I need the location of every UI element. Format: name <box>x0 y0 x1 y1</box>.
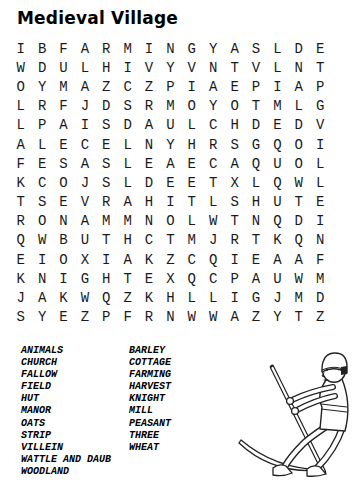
grid-cell-r5c6[interactable]: D <box>117 116 138 135</box>
grid-cell-r6c15[interactable]: I <box>309 135 330 154</box>
grid-cell-r13c12[interactable]: A <box>245 269 266 288</box>
grid-cell-r15c10[interactable]: W <box>203 308 224 327</box>
grid-cell-r9c5[interactable]: R <box>96 193 117 212</box>
grid-cell-r15c8[interactable]: N <box>160 308 181 327</box>
grid-cell-r14c10[interactable]: L <box>203 288 224 307</box>
grid-cell-r3c13[interactable]: I <box>267 77 288 96</box>
grid-cell-r10c8[interactable]: O <box>160 212 181 231</box>
word-list-item: FIELD <box>21 381 111 393</box>
grid-cell-r11c5[interactable]: T <box>96 231 117 250</box>
grid-cell-r4c10[interactable]: Y <box>203 97 224 116</box>
grid-cell-r4c9[interactable]: O <box>181 97 202 116</box>
grid-cell-r5c3[interactable]: A <box>53 116 74 135</box>
grid-cell-r12c2[interactable]: I <box>31 250 52 269</box>
word-list-item: WATTLE AND DAUB <box>21 454 111 466</box>
word-list-item: MANOR <box>21 405 111 417</box>
grid-cell-r5c12[interactable]: D <box>245 116 266 135</box>
grid-cell-r7c15[interactable]: L <box>309 154 330 173</box>
grid-cell-r8c3[interactable]: O <box>53 173 74 192</box>
word-list-item: PEASANT <box>129 418 171 430</box>
grid-cell-r7c3[interactable]: S <box>53 154 74 173</box>
grid-cell-r9c6[interactable]: A <box>117 193 138 212</box>
word-list-item: FALLOW <box>21 369 111 381</box>
grid-cell-r6c7[interactable]: N <box>138 135 159 154</box>
grid-cell-r4c4[interactable]: J <box>74 97 95 116</box>
grid-cell-r15c7[interactable]: R <box>138 308 159 327</box>
grid-cell-r8c12[interactable]: L <box>245 173 266 192</box>
grid-cell-r14c2[interactable]: A <box>31 288 52 307</box>
grid-cell-r10c15[interactable]: I <box>309 212 330 231</box>
grid-cell-r11c10[interactable]: J <box>203 231 224 250</box>
grid-cell-r11c1[interactable]: Q <box>10 231 31 250</box>
grid-cell-r8c10[interactable]: T <box>203 173 224 192</box>
word-search-grid: IBFARMINGYASLDEWDULHIVYVNTVLNTOYMAZCZPIA… <box>10 39 331 327</box>
grid-cell-r7c12[interactable]: Q <box>245 154 266 173</box>
grid-cell-r2c13[interactable]: L <box>267 58 288 77</box>
grid-cell-r5c4[interactable]: I <box>74 116 95 135</box>
grid-cell-r12c6[interactable]: A <box>117 250 138 269</box>
grid-cell-r6c9[interactable]: H <box>181 135 202 154</box>
grid-cell-r14c13[interactable]: J <box>267 288 288 307</box>
grid-cell-r4c1[interactable]: L <box>10 97 31 116</box>
grid-cell-r5c7[interactable]: A <box>138 116 159 135</box>
grid-cell-r9c14[interactable]: T <box>288 193 309 212</box>
grid-cell-r13c2[interactable]: N <box>31 269 52 288</box>
grid-cell-r11c13[interactable]: K <box>267 231 288 250</box>
grid-cell-r14c9[interactable]: L <box>181 288 202 307</box>
grid-cell-r15c11[interactable]: A <box>224 308 245 327</box>
grid-cell-r13c3[interactable]: I <box>53 269 74 288</box>
grid-cell-r8c8[interactable]: E <box>160 173 181 192</box>
grid-cell-r6c4[interactable]: C <box>74 135 95 154</box>
grid-cell-r3c2[interactable]: Y <box>31 77 52 96</box>
grid-cell-r2c6[interactable]: I <box>117 58 138 77</box>
grid-cell-r1c9[interactable]: G <box>181 39 202 58</box>
grid-cell-r15c13[interactable]: Y <box>267 308 288 327</box>
grid-cell-r1c8[interactable]: N <box>160 39 181 58</box>
grid-cell-r5c8[interactable]: U <box>160 116 181 135</box>
grid-cell-r7c14[interactable]: O <box>288 154 309 173</box>
grid-cell-r5c11[interactable]: H <box>224 116 245 135</box>
grid-cell-r4c2[interactable]: R <box>31 97 52 116</box>
grid-cell-r7c4[interactable]: A <box>74 154 95 173</box>
grid-cell-r10c6[interactable]: M <box>117 212 138 231</box>
grid-cell-r2c4[interactable]: L <box>74 58 95 77</box>
grid-cell-r15c12[interactable]: Z <box>245 308 266 327</box>
word-list-item: OATS <box>21 418 111 430</box>
grid-cell-r2c12[interactable]: V <box>245 58 266 77</box>
word-list-item: MILL <box>129 405 171 417</box>
grid-cell-r7c1[interactable]: F <box>10 154 31 173</box>
grid-cell-r12c8[interactable]: Z <box>160 250 181 269</box>
grid-cell-r5c15[interactable]: V <box>309 116 330 135</box>
grid-cell-r12c13[interactable]: A <box>267 250 288 269</box>
grid-cell-r12c15[interactable]: F <box>309 250 330 269</box>
grid-cell-r13c13[interactable]: U <box>267 269 288 288</box>
grid-cell-r5c13[interactable]: E <box>267 116 288 135</box>
grid-cell-r14c11[interactable]: I <box>224 288 245 307</box>
grid-cell-r3c12[interactable]: P <box>245 77 266 96</box>
grid-cell-r6c13[interactable]: Q <box>267 135 288 154</box>
grid-cell-r12c12[interactable]: E <box>245 250 266 269</box>
grid-cell-r9c7[interactable]: H <box>138 193 159 212</box>
grid-cell-r2c9[interactable]: V <box>181 58 202 77</box>
grid-cell-r12c5[interactable]: I <box>96 250 117 269</box>
grid-cell-r2c15[interactable]: T <box>309 58 330 77</box>
grid-cell-r15c6[interactable]: F <box>117 308 138 327</box>
grid-cell-r12c10[interactable]: Q <box>203 250 224 269</box>
grid-cell-r7c2[interactable]: E <box>31 154 52 173</box>
grid-cell-r8c15[interactable]: L <box>309 173 330 192</box>
grid-cell-r10c2[interactable]: O <box>31 212 52 231</box>
grid-cell-r15c2[interactable]: Y <box>31 308 52 327</box>
grid-cell-r3c8[interactable]: P <box>160 77 181 96</box>
grid-cell-r13c10[interactable]: C <box>203 269 224 288</box>
grid-cell-r13c6[interactable]: T <box>117 269 138 288</box>
grid-cell-r6c1[interactable]: A <box>10 135 31 154</box>
grid-cell-r14c3[interactable]: K <box>53 288 74 307</box>
grid-cell-r1c3[interactable]: F <box>53 39 74 58</box>
grid-cell-r2c10[interactable]: N <box>203 58 224 77</box>
grid-cell-r8c11[interactable]: X <box>224 173 245 192</box>
peasant-scythe-illustration <box>237 338 353 496</box>
grid-cell-r9c3[interactable]: E <box>53 193 74 212</box>
grid-cell-r13c1[interactable]: K <box>10 269 31 288</box>
grid-cell-r3c3[interactable]: M <box>53 77 74 96</box>
grid-cell-r1c1[interactable]: I <box>10 39 31 58</box>
grid-cell-r3c15[interactable]: P <box>309 77 330 96</box>
grid-cell-r14c7[interactable]: K <box>138 288 159 307</box>
grid-cell-r7c5[interactable]: S <box>96 154 117 173</box>
grid-cell-r13c11[interactable]: P <box>224 269 245 288</box>
grid-cell-r6c5[interactable]: E <box>96 135 117 154</box>
grid-cell-r11c7[interactable]: C <box>138 231 159 250</box>
grid-cell-r12c11[interactable]: I <box>224 250 245 269</box>
grid-cell-r12c14[interactable]: A <box>288 250 309 269</box>
grid-cell-r10c3[interactable]: N <box>53 212 74 231</box>
grid-cell-r9c11[interactable]: S <box>224 193 245 212</box>
grid-cell-r1c5[interactable]: R <box>96 39 117 58</box>
grid-cell-r3c7[interactable]: Z <box>138 77 159 96</box>
hand-lower <box>292 408 299 415</box>
grid-cell-r10c12[interactable]: N <box>245 212 266 231</box>
grid-cell-r12c4[interactable]: X <box>74 250 95 269</box>
word-search-worksheet: Medieval Village IBFARMINGYASLDEWDULHIVY… <box>0 0 353 500</box>
grid-cell-r5c9[interactable]: L <box>181 116 202 135</box>
grid-cell-r13c7[interactable]: E <box>138 269 159 288</box>
grid-cell-r2c5[interactable]: H <box>96 58 117 77</box>
grid-cell-r7c13[interactable]: U <box>267 154 288 173</box>
grid-cell-r1c15[interactable]: E <box>309 39 330 58</box>
grid-cell-r11c15[interactable]: N <box>309 231 330 250</box>
grid-cell-r9c4[interactable]: V <box>74 193 95 212</box>
word-list-item: ANIMALS <box>21 345 111 357</box>
grid-cell-r9c13[interactable]: U <box>267 193 288 212</box>
grid-cell-r15c14[interactable]: T <box>288 308 309 327</box>
grid-cell-r6c11[interactable]: S <box>224 135 245 154</box>
grid-cell-r8c2[interactable]: C <box>31 173 52 192</box>
grid-cell-r14c14[interactable]: M <box>288 288 309 307</box>
grid-cell-r10c5[interactable]: M <box>96 212 117 231</box>
grid-cell-r1c12[interactable]: S <box>245 39 266 58</box>
grid-cell-r8c6[interactable]: L <box>117 173 138 192</box>
grid-cell-r6c10[interactable]: R <box>203 135 224 154</box>
word-list-item: HUT <box>21 393 111 405</box>
grid-cell-r8c4[interactable]: J <box>74 173 95 192</box>
grid-cell-r1c6[interactable]: M <box>117 39 138 58</box>
grid-cell-r10c4[interactable]: A <box>74 212 95 231</box>
grid-cell-r15c5[interactable]: P <box>96 308 117 327</box>
page-title: Medieval Village <box>17 8 178 28</box>
grid-cell-r11c6[interactable]: H <box>117 231 138 250</box>
grid-cell-r14c6[interactable]: Z <box>117 288 138 307</box>
grid-cell-r5c10[interactable]: C <box>203 116 224 135</box>
grid-cell-r12c9[interactable]: C <box>181 250 202 269</box>
grid-cell-r9c10[interactable]: L <box>203 193 224 212</box>
grid-cell-r2c3[interactable]: U <box>53 58 74 77</box>
grid-cell-r5c1[interactable]: L <box>10 116 31 135</box>
scythe-handle-icon <box>272 367 324 472</box>
grid-cell-r11c8[interactable]: T <box>160 231 181 250</box>
grid-cell-r6c8[interactable]: Y <box>160 135 181 154</box>
grid-cell-r8c7[interactable]: D <box>138 173 159 192</box>
grid-cell-r10c1[interactable]: R <box>10 212 31 231</box>
grid-cell-r13c14[interactable]: W <box>288 269 309 288</box>
grid-cell-r11c3[interactable]: B <box>53 231 74 250</box>
grid-cell-r15c15[interactable]: Z <box>309 308 330 327</box>
grid-cell-r1c10[interactable]: Y <box>203 39 224 58</box>
hand-upper <box>287 398 294 405</box>
grid-cell-r7c11[interactable]: A <box>224 154 245 173</box>
grid-cell-r4c7[interactable]: R <box>138 97 159 116</box>
grid-cell-r3c5[interactable]: Z <box>96 77 117 96</box>
grid-cell-r4c3[interactable]: F <box>53 97 74 116</box>
word-list-item: COTTAGE <box>129 357 171 369</box>
grid-cell-r4c5[interactable]: D <box>96 97 117 116</box>
grid-cell-r10c7[interactable]: N <box>138 212 159 231</box>
grid-cell-r13c5[interactable]: H <box>96 269 117 288</box>
grid-cell-r12c3[interactable]: O <box>53 250 74 269</box>
peasant-figure <box>273 353 348 476</box>
grid-cell-r10c10[interactable]: W <box>203 212 224 231</box>
word-list-column-2: BARLEYCOTTAGEFARMINGHARVESTKNIGHTMILLPEA… <box>129 345 171 454</box>
grid-cell-r14c4[interactable]: W <box>74 288 95 307</box>
grid-cell-r10c11[interactable]: T <box>224 212 245 231</box>
grid-cell-r11c4[interactable]: U <box>74 231 95 250</box>
grid-cell-r3c11[interactable]: E <box>224 77 245 96</box>
grid-cell-r3c1[interactable]: O <box>10 77 31 96</box>
grid-cell-r15c3[interactable]: E <box>53 308 74 327</box>
grid-cell-r8c1[interactable]: K <box>10 173 31 192</box>
grid-cell-r12c7[interactable]: K <box>138 250 159 269</box>
grid-cell-r13c15[interactable]: M <box>309 269 330 288</box>
grid-cell-r14c12[interactable]: G <box>245 288 266 307</box>
word-list-item: BARLEY <box>129 345 171 357</box>
grid-cell-r6c12[interactable]: G <box>245 135 266 154</box>
grid-cell-r6c6[interactable]: L <box>117 135 138 154</box>
grid-cell-r8c13[interactable]: Q <box>267 173 288 192</box>
grid-cell-r4c15[interactable]: G <box>309 97 330 116</box>
eye <box>326 369 328 371</box>
word-list-item: WOODLAND <box>21 466 111 478</box>
grid-cell-r15c9[interactable]: W <box>181 308 202 327</box>
grid-cell-r11c9[interactable]: M <box>181 231 202 250</box>
word-list-item: VILLEIN <box>21 442 111 454</box>
grid-cell-r8c9[interactable]: E <box>181 173 202 192</box>
grid-cell-r8c5[interactable]: S <box>96 173 117 192</box>
grid-cell-r2c8[interactable]: Y <box>160 58 181 77</box>
grid-cell-r5c5[interactable]: S <box>96 116 117 135</box>
grid-cell-r7c8[interactable]: A <box>160 154 181 173</box>
grid-cell-r1c2[interactable]: B <box>31 39 52 58</box>
grid-cell-r10c14[interactable]: D <box>288 212 309 231</box>
grid-cell-r2c1[interactable]: W <box>10 58 31 77</box>
word-list-item: THREE <box>129 430 171 442</box>
grid-cell-r9c15[interactable]: E <box>309 193 330 212</box>
grid-cell-r4c14[interactable]: L <box>288 97 309 116</box>
grid-cell-r10c9[interactable]: L <box>181 212 202 231</box>
grid-cell-r6c2[interactable]: L <box>31 135 52 154</box>
grid-cell-r6c3[interactable]: E <box>53 135 74 154</box>
grid-cell-r1c4[interactable]: A <box>74 39 95 58</box>
grid-cell-r5c2[interactable]: P <box>31 116 52 135</box>
grid-cell-r10c13[interactable]: Q <box>267 212 288 231</box>
grid-cell-r2c11[interactable]: T <box>224 58 245 77</box>
grid-cell-r4c6[interactable]: S <box>117 97 138 116</box>
grid-cell-r14c1[interactable]: J <box>10 288 31 307</box>
grid-cell-r4c12[interactable]: T <box>245 97 266 116</box>
grid-cell-r7c6[interactable]: L <box>117 154 138 173</box>
grid-cell-r7c9[interactable]: E <box>181 154 202 173</box>
grid-cell-r9c8[interactable]: I <box>160 193 181 212</box>
grid-cell-r13c8[interactable]: X <box>160 269 181 288</box>
word-list-item: HARVEST <box>129 381 171 393</box>
grid-cell-r11c2[interactable]: W <box>31 231 52 250</box>
word-list-item: CHURCH <box>21 357 111 369</box>
grid-cell-r11c11[interactable]: R <box>224 231 245 250</box>
grid-cell-r1c11[interactable]: A <box>224 39 245 58</box>
grid-cell-r14c5[interactable]: Q <box>96 288 117 307</box>
grid-cell-r1c7[interactable]: I <box>138 39 159 58</box>
word-list-item: KNIGHT <box>129 393 171 405</box>
word-list-item: WHEAT <box>129 442 171 454</box>
grid-cell-r9c1[interactable]: T <box>10 193 31 212</box>
grid-cell-r11c14[interactable]: Q <box>288 231 309 250</box>
grid-cell-r3c9[interactable]: I <box>181 77 202 96</box>
grid-cell-r9c12[interactable]: H <box>245 193 266 212</box>
word-list-column-1: ANIMALSCHURCHFALLOWFIELDHUTMANOROATSSTRI… <box>21 345 111 478</box>
grid-cell-r7c10[interactable]: C <box>203 154 224 173</box>
grid-cell-r3c10[interactable]: A <box>203 77 224 96</box>
grid-cell-r14c8[interactable]: H <box>160 288 181 307</box>
grid-cell-r12c1[interactable]: E <box>10 250 31 269</box>
grid-cell-r8c14[interactable]: W <box>288 173 309 192</box>
grid-cell-r13c4[interactable]: G <box>74 269 95 288</box>
grid-cell-r15c4[interactable]: Z <box>74 308 95 327</box>
grid-cell-r9c9[interactable]: T <box>181 193 202 212</box>
grid-cell-r4c13[interactable]: M <box>267 97 288 116</box>
grid-cell-r3c4[interactable]: A <box>74 77 95 96</box>
grid-cell-r2c2[interactable]: D <box>31 58 52 77</box>
grid-cell-r15c1[interactable]: S <box>10 308 31 327</box>
word-list-item: STRIP <box>21 430 111 442</box>
grid-cell-r7c7[interactable]: E <box>138 154 159 173</box>
grid-cell-r3c6[interactable]: C <box>117 77 138 96</box>
grid-cell-r2c14[interactable]: N <box>288 58 309 77</box>
grid-cell-r4c11[interactable]: O <box>224 97 245 116</box>
grid-cell-r2c7[interactable]: V <box>138 58 159 77</box>
grid-cell-r5c14[interactable]: D <box>288 116 309 135</box>
grid-cell-r13c9[interactable]: Q <box>181 269 202 288</box>
grid-cell-r11c12[interactable]: T <box>245 231 266 250</box>
grid-cell-r14c15[interactable]: D <box>309 288 330 307</box>
grid-cell-r6c14[interactable]: O <box>288 135 309 154</box>
grid-cell-r9c2[interactable]: S <box>31 193 52 212</box>
grid-cell-r3c14[interactable]: A <box>288 77 309 96</box>
grid-cell-r1c13[interactable]: L <box>267 39 288 58</box>
grid-cell-r4c8[interactable]: M <box>160 97 181 116</box>
word-list-item: FARMING <box>129 369 171 381</box>
grid-cell-r1c14[interactable]: D <box>288 39 309 58</box>
